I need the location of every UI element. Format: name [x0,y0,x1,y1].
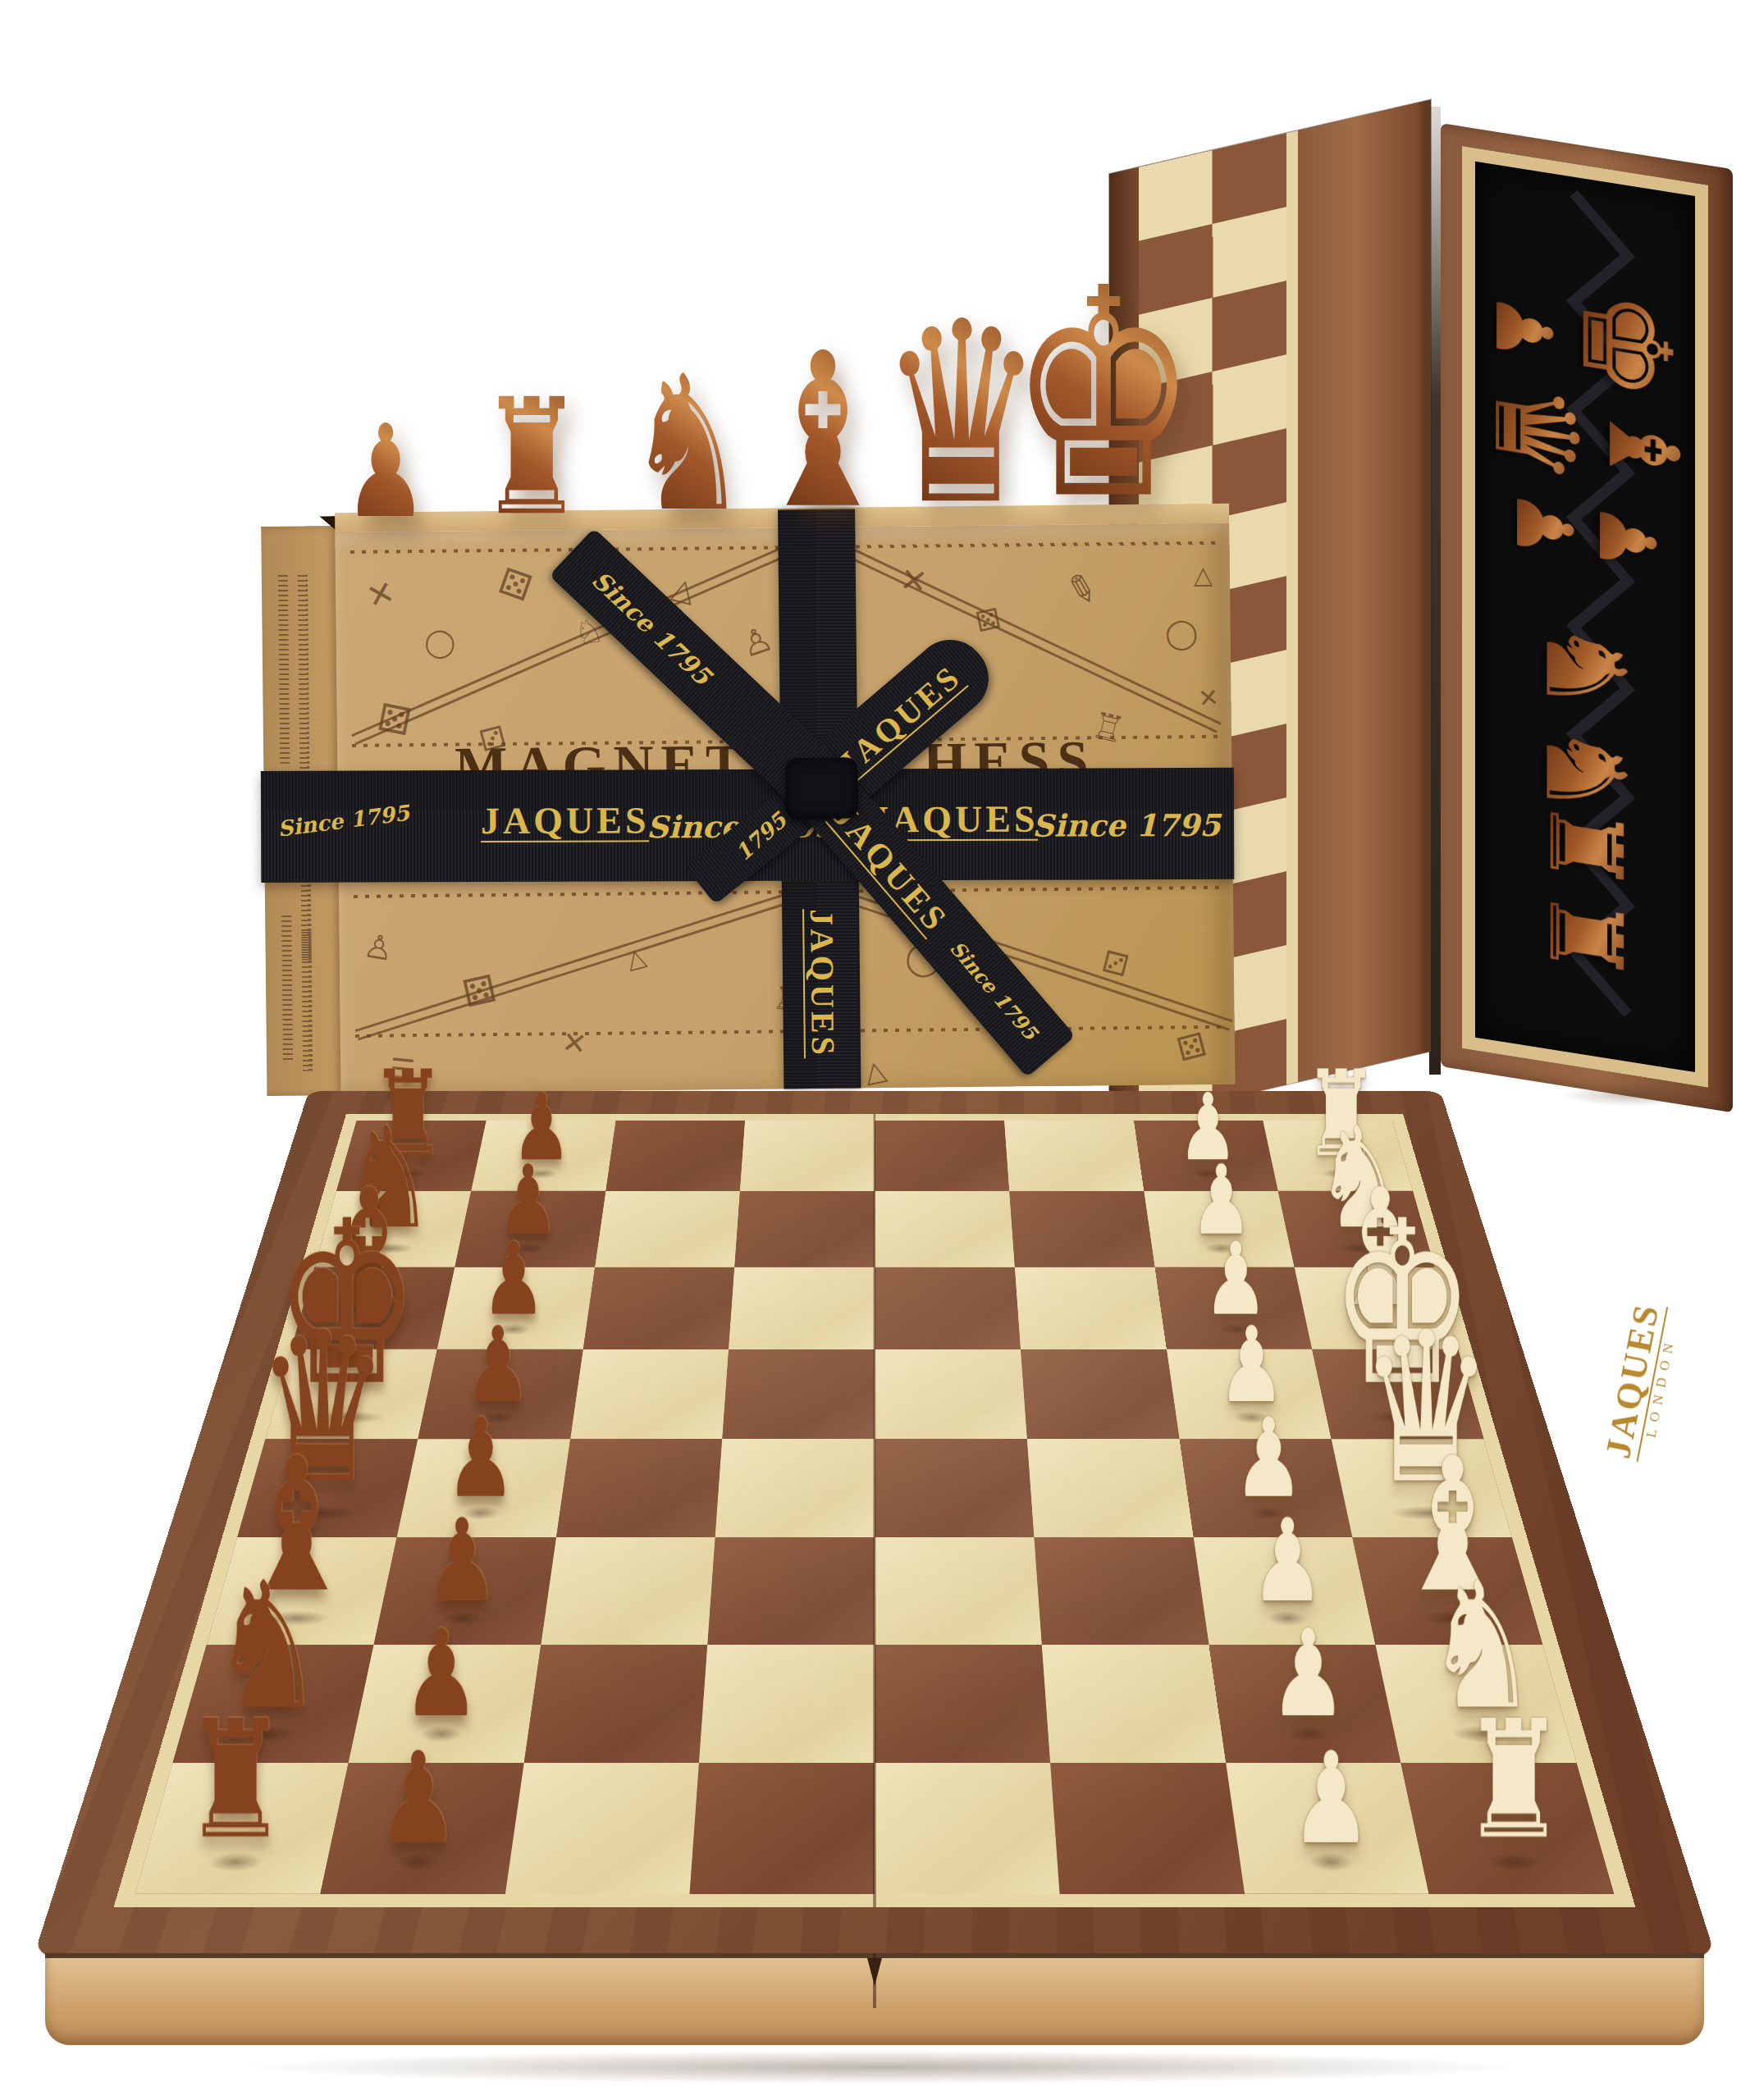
tray-piece-bishop: ♝ [1595,398,1692,500]
piece-dark-pawn: ♟ [403,1614,480,1734]
board-playing-field: ♜♟♟♜♞♟♟♞♝♟♟♝♚♟♟♚♛♟♟♛♝♟♟♝♞♟♟♞♜♟♟♜ [114,1114,1636,1907]
doodle-icon: △ [1194,563,1213,587]
piece-dark-pawn: ♟ [425,1504,499,1618]
board-edge-seam [873,1953,876,2008]
folded-board-walnut-edge [1298,99,1431,1081]
main-board-perspective: ♜♟♟♜♞♟♟♞♝♟♟♝♚♟♟♚♛♟♟♛♝♟♟♝♞♟♟♞♜♟♟♜ [31,972,1718,1956]
piece-light-pawn: ♟ [1290,1735,1371,1861]
doodle-icon: ◯ [423,626,458,659]
board-front-edge [45,1953,1704,2045]
box-piece-king: ♚ [1003,251,1205,539]
tray-piece-pawn: ♟ [1484,288,1562,370]
fine-print-column [278,575,290,764]
tray-piece-pawn: ♟ [1505,485,1583,567]
main-board: ♜♟♟♜♞♟♟♞♝♟♟♝♚♟♟♚♛♟♟♛♝♟♟♝♞♟♟♞♜♟♟♜ [34,1091,1716,1956]
ribbon-script-text: Since 1795 [1032,807,1221,844]
tray-piece-queen: ♛ [1478,371,1592,492]
tray-piece-pawn: ♟ [1588,498,1665,580]
piece-dark-rook: ♜ [184,1700,288,1861]
piece-light-pawn: ♟ [1250,1504,1324,1618]
piece-dark-pawn: ♟ [377,1735,459,1861]
doodle-icon: ◯ [1163,617,1199,650]
board-floor-shadow [66,2046,1698,2089]
ribbon-brand-text: JAQUES [481,801,650,842]
folded-board-open-lid: ♟♚♛♝♟♟♞♞♜♜ [1441,123,1733,1112]
piece-storage-felt: ♟♚♛♝♟♟♞♞♜♜ [1475,162,1695,1072]
tray-piece-knight: ♞ [1530,610,1641,727]
folded-board-hinge-shadow [1429,107,1441,1075]
product-photo-scene: ♟♚♛♝♟♟♞♞♜♜ ✕◯⚄♘△♙✕⚄✎◯△⚄⚂☰♘♖✕♙⚄✕△◯♘⚂⚄☰♖△ … [0,0,1750,2100]
doodle-icon: ✕ [898,563,930,599]
doodle-icon: ♙ [362,929,396,966]
piece-light-rook: ♜ [1461,1700,1565,1861]
ribbon-script-text: Since 1795 [276,801,411,842]
piece-light-pawn: ♟ [1269,1614,1346,1734]
doodle-icon: ✕ [1197,685,1220,711]
folded-board-maple-line [1286,130,1298,1084]
bow-knot [785,757,858,819]
